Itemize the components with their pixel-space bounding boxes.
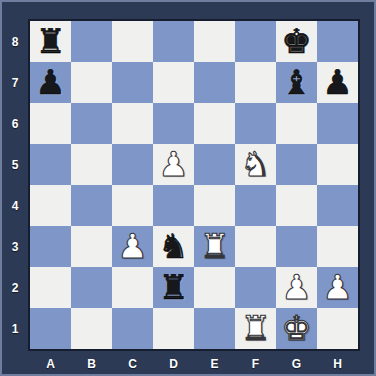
square-g6[interactable] [276, 103, 317, 144]
file-label-d: D [153, 353, 194, 375]
square-f1[interactable]: ♜ [235, 308, 276, 349]
black-bishop-piece[interactable]: ♝ [276, 62, 317, 103]
square-a6[interactable] [30, 103, 71, 144]
black-king-piece[interactable]: ♚ [276, 21, 317, 62]
square-a1[interactable] [30, 308, 71, 349]
black-rook-piece[interactable]: ♜ [153, 267, 194, 308]
white-pawn-piece[interactable]: ♟ [317, 267, 358, 308]
square-c4[interactable] [112, 185, 153, 226]
square-h7[interactable]: ♟ [317, 62, 358, 103]
square-d7[interactable] [153, 62, 194, 103]
square-e3[interactable]: ♜ [194, 226, 235, 267]
square-d4[interactable] [153, 185, 194, 226]
rank-label-6: 6 [2, 103, 28, 144]
square-f3[interactable] [235, 226, 276, 267]
square-g5[interactable] [276, 144, 317, 185]
square-g3[interactable] [276, 226, 317, 267]
black-rook-piece[interactable]: ♜ [30, 21, 71, 62]
black-knight-piece[interactable]: ♞ [153, 226, 194, 267]
rank-label-4: 4 [2, 185, 28, 226]
square-e5[interactable] [194, 144, 235, 185]
square-g8[interactable]: ♚ [276, 21, 317, 62]
square-e7[interactable] [194, 62, 235, 103]
square-b1[interactable] [71, 308, 112, 349]
square-d2[interactable]: ♜ [153, 267, 194, 308]
white-pawn-piece[interactable]: ♟ [112, 226, 153, 267]
square-e1[interactable] [194, 308, 235, 349]
file-label-a: A [30, 353, 71, 375]
square-g7[interactable]: ♝ [276, 62, 317, 103]
square-g4[interactable] [276, 185, 317, 226]
square-h2[interactable]: ♟ [317, 267, 358, 308]
square-b4[interactable] [71, 185, 112, 226]
square-c8[interactable] [112, 21, 153, 62]
black-pawn-piece[interactable]: ♟ [30, 62, 71, 103]
square-a7[interactable]: ♟ [30, 62, 71, 103]
square-c5[interactable] [112, 144, 153, 185]
square-d3[interactable]: ♞ [153, 226, 194, 267]
square-h4[interactable] [317, 185, 358, 226]
file-label-g: G [276, 353, 317, 375]
square-g1[interactable]: ♚ [276, 308, 317, 349]
square-d6[interactable] [153, 103, 194, 144]
white-king-piece[interactable]: ♚ [276, 308, 317, 349]
square-c2[interactable] [112, 267, 153, 308]
file-label-e: E [194, 353, 235, 375]
white-pawn-piece[interactable]: ♟ [276, 267, 317, 308]
white-pawn-piece[interactable]: ♟ [153, 144, 194, 185]
square-b7[interactable] [71, 62, 112, 103]
square-f4[interactable] [235, 185, 276, 226]
square-e2[interactable] [194, 267, 235, 308]
square-f8[interactable] [235, 21, 276, 62]
file-label-b: B [71, 353, 112, 375]
square-c7[interactable] [112, 62, 153, 103]
square-f6[interactable] [235, 103, 276, 144]
file-label-h: H [317, 353, 358, 375]
rank-label-5: 5 [2, 144, 28, 185]
square-d5[interactable]: ♟ [153, 144, 194, 185]
square-d1[interactable] [153, 308, 194, 349]
square-c1[interactable] [112, 308, 153, 349]
square-a4[interactable] [30, 185, 71, 226]
square-h3[interactable] [317, 226, 358, 267]
chess-board-frame: 87654321 ♜♚♟♝♟♟♞♟♞♜♜♟♟♜♚ ABCDEFGH [0, 0, 376, 376]
square-h1[interactable] [317, 308, 358, 349]
rank-label-1: 1 [2, 308, 28, 349]
square-e4[interactable] [194, 185, 235, 226]
rank-label-8: 8 [2, 21, 28, 62]
black-pawn-piece[interactable]: ♟ [317, 62, 358, 103]
square-c3[interactable]: ♟ [112, 226, 153, 267]
rank-label-2: 2 [2, 267, 28, 308]
square-g2[interactable]: ♟ [276, 267, 317, 308]
square-f5[interactable]: ♞ [235, 144, 276, 185]
white-knight-piece[interactable]: ♞ [235, 144, 276, 185]
square-b3[interactable] [71, 226, 112, 267]
square-a5[interactable] [30, 144, 71, 185]
rank-label-7: 7 [2, 62, 28, 103]
square-e8[interactable] [194, 21, 235, 62]
square-f2[interactable] [235, 267, 276, 308]
rank-labels: 87654321 [2, 21, 28, 349]
chess-board: ♜♚♟♝♟♟♞♟♞♜♜♟♟♜♚ [28, 19, 360, 351]
square-a8[interactable]: ♜ [30, 21, 71, 62]
square-b2[interactable] [71, 267, 112, 308]
square-e6[interactable] [194, 103, 235, 144]
file-label-c: C [112, 353, 153, 375]
file-label-f: F [235, 353, 276, 375]
white-rook-piece[interactable]: ♜ [194, 226, 235, 267]
square-a2[interactable] [30, 267, 71, 308]
square-b8[interactable] [71, 21, 112, 62]
white-rook-piece[interactable]: ♜ [235, 308, 276, 349]
rank-label-3: 3 [2, 226, 28, 267]
square-b6[interactable] [71, 103, 112, 144]
square-d8[interactable] [153, 21, 194, 62]
square-h5[interactable] [317, 144, 358, 185]
square-h8[interactable] [317, 21, 358, 62]
square-f7[interactable] [235, 62, 276, 103]
file-labels: ABCDEFGH [30, 353, 358, 375]
square-a3[interactable] [30, 226, 71, 267]
square-b5[interactable] [71, 144, 112, 185]
square-c6[interactable] [112, 103, 153, 144]
square-h6[interactable] [317, 103, 358, 144]
